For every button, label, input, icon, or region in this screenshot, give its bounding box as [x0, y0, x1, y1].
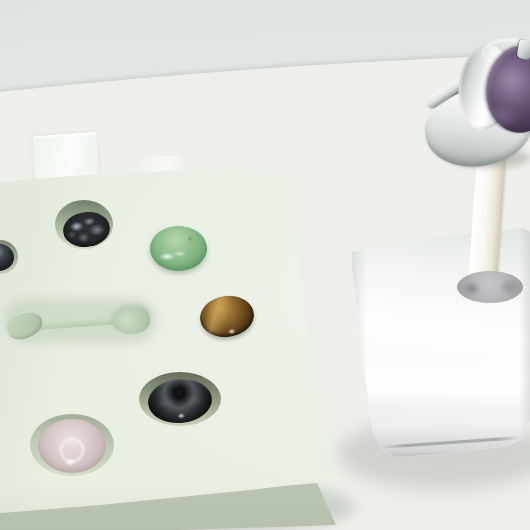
- stone-rose-quartz: [38, 419, 106, 473]
- ring-claw: [516, 39, 530, 60]
- stand-putty-blob: [457, 271, 523, 303]
- ring-display-stand: [350, 227, 530, 457]
- product-photo-scene: [0, 0, 530, 530]
- stone-green-aventurine: [150, 226, 207, 271]
